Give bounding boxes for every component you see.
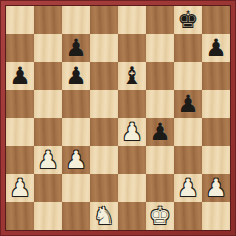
square-h2[interactable]: ♟ (202, 174, 230, 202)
square-h1[interactable] (202, 202, 230, 230)
piece-white-pawn-a2[interactable]: ♟ (9, 174, 31, 202)
square-c8[interactable] (62, 6, 90, 34)
square-d6[interactable] (90, 62, 118, 90)
chess-board-frame: ♚♟♟♟♟♝♟♟♟♟♟♟♟♟♞♚ (0, 0, 236, 236)
square-c1[interactable] (62, 202, 90, 230)
square-h5[interactable] (202, 90, 230, 118)
square-d3[interactable] (90, 146, 118, 174)
piece-black-pawn-c6[interactable]: ♟ (65, 62, 87, 90)
square-e8[interactable] (118, 6, 146, 34)
square-f7[interactable] (146, 34, 174, 62)
square-g6[interactable] (174, 62, 202, 90)
piece-white-pawn-h2[interactable]: ♟ (205, 174, 227, 202)
square-e5[interactable] (118, 90, 146, 118)
square-c3[interactable]: ♟ (62, 146, 90, 174)
square-b8[interactable] (34, 6, 62, 34)
square-b6[interactable] (34, 62, 62, 90)
square-g7[interactable] (174, 34, 202, 62)
square-a8[interactable] (6, 6, 34, 34)
square-h3[interactable] (202, 146, 230, 174)
square-a2[interactable]: ♟ (6, 174, 34, 202)
square-a7[interactable] (6, 34, 34, 62)
square-b5[interactable] (34, 90, 62, 118)
square-e3[interactable] (118, 146, 146, 174)
piece-black-king-g8[interactable]: ♚ (177, 6, 199, 34)
square-d5[interactable] (90, 90, 118, 118)
square-a3[interactable] (6, 146, 34, 174)
piece-black-pawn-f4[interactable]: ♟ (149, 118, 171, 146)
square-f1[interactable]: ♚ (146, 202, 174, 230)
square-e2[interactable] (118, 174, 146, 202)
square-d2[interactable] (90, 174, 118, 202)
square-g8[interactable]: ♚ (174, 6, 202, 34)
piece-white-knight-d1[interactable]: ♞ (93, 202, 115, 230)
square-c7[interactable]: ♟ (62, 34, 90, 62)
square-e6[interactable]: ♝ (118, 62, 146, 90)
square-b7[interactable] (34, 34, 62, 62)
square-a6[interactable]: ♟ (6, 62, 34, 90)
piece-black-pawn-a6[interactable]: ♟ (9, 62, 31, 90)
piece-white-king-f1[interactable]: ♚ (149, 202, 171, 230)
square-h6[interactable] (202, 62, 230, 90)
square-f2[interactable] (146, 174, 174, 202)
square-g3[interactable] (174, 146, 202, 174)
square-h8[interactable] (202, 6, 230, 34)
square-d4[interactable] (90, 118, 118, 146)
square-e4[interactable]: ♟ (118, 118, 146, 146)
square-b2[interactable] (34, 174, 62, 202)
piece-black-pawn-h7[interactable]: ♟ (205, 34, 227, 62)
chess-board: ♚♟♟♟♟♝♟♟♟♟♟♟♟♟♞♚ (5, 5, 231, 231)
square-b3[interactable]: ♟ (34, 146, 62, 174)
square-c2[interactable] (62, 174, 90, 202)
square-h7[interactable]: ♟ (202, 34, 230, 62)
square-f8[interactable] (146, 6, 174, 34)
square-a5[interactable] (6, 90, 34, 118)
piece-white-pawn-e4[interactable]: ♟ (121, 118, 143, 146)
square-f5[interactable] (146, 90, 174, 118)
square-a4[interactable] (6, 118, 34, 146)
square-f4[interactable]: ♟ (146, 118, 174, 146)
square-a1[interactable] (6, 202, 34, 230)
square-d8[interactable] (90, 6, 118, 34)
square-c5[interactable] (62, 90, 90, 118)
piece-white-pawn-c3[interactable]: ♟ (65, 146, 87, 174)
square-g1[interactable] (174, 202, 202, 230)
square-b4[interactable] (34, 118, 62, 146)
square-c6[interactable]: ♟ (62, 62, 90, 90)
piece-white-pawn-g2[interactable]: ♟ (177, 174, 199, 202)
square-g2[interactable]: ♟ (174, 174, 202, 202)
square-h4[interactable] (202, 118, 230, 146)
square-d7[interactable] (90, 34, 118, 62)
square-g5[interactable]: ♟ (174, 90, 202, 118)
square-e1[interactable] (118, 202, 146, 230)
square-c4[interactable] (62, 118, 90, 146)
square-f3[interactable] (146, 146, 174, 174)
square-g4[interactable] (174, 118, 202, 146)
piece-black-pawn-g5[interactable]: ♟ (177, 90, 199, 118)
piece-white-pawn-b3[interactable]: ♟ (37, 146, 59, 174)
square-f6[interactable] (146, 62, 174, 90)
piece-black-pawn-c7[interactable]: ♟ (65, 34, 87, 62)
square-d1[interactable]: ♞ (90, 202, 118, 230)
square-e7[interactable] (118, 34, 146, 62)
piece-black-bishop-e6[interactable]: ♝ (121, 62, 143, 90)
square-b1[interactable] (34, 202, 62, 230)
